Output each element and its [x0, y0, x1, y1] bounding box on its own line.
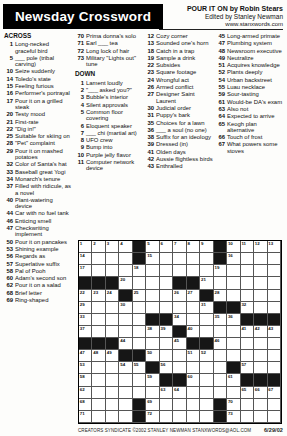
- grid-cell-r1c1[interactable]: 1: [79, 241, 92, 253]
- cell-number: 15: [147, 253, 152, 258]
- grid-cell-r13c2[interactable]: [92, 387, 105, 399]
- grid-cell-r5c7[interactable]: [160, 290, 173, 302]
- grid-cell-r9c15[interactable]: [268, 338, 281, 350]
- grid-cell-r15c7[interactable]: [160, 411, 173, 423]
- grid-cell-r3c13[interactable]: [241, 265, 254, 277]
- grid-cell-r5c9[interactable]: 27: [187, 290, 200, 302]
- black-cell-r9c3: [106, 338, 119, 350]
- grid-cell-r14c15[interactable]: [268, 399, 281, 411]
- grid-cell-r4c14[interactable]: [254, 277, 267, 289]
- clue-number: 51: [216, 62, 227, 68]
- grid-cell-r2c2[interactable]: [92, 253, 105, 265]
- clue-number: 35: [145, 120, 156, 126]
- grid-cell-r7c3[interactable]: [106, 314, 119, 326]
- clue-number: 57: [4, 261, 15, 267]
- grid-cell-r12c11[interactable]: [214, 374, 227, 386]
- grid-cell-r8c7[interactable]: 39: [160, 326, 173, 338]
- clues-column-2: 70Prima donna's solo71Earl ___ tea72Long…: [75, 33, 141, 173]
- black-cell-r12c15: [268, 374, 281, 386]
- clue-text: Enticing smell: [15, 218, 71, 224]
- grid-cell-r3c4[interactable]: [119, 265, 132, 277]
- grid-cell-r15c12[interactable]: 73: [227, 411, 240, 423]
- grid-cell-r2c14[interactable]: [254, 253, 267, 265]
- grid-cell-r2c8[interactable]: [173, 253, 186, 265]
- clue-across-60: 60Adam's second son: [4, 275, 71, 281]
- grid-cell-r12c10[interactable]: [200, 374, 213, 386]
- clue-text: Ring-shaped: [15, 297, 71, 303]
- grid-cell-r10c11[interactable]: [214, 350, 227, 362]
- grid-cell-r6c5[interactable]: [133, 302, 146, 314]
- cell-number: 38: [147, 326, 152, 331]
- grid-cell-r2c10[interactable]: [200, 253, 213, 265]
- clue-number: 3: [75, 94, 86, 100]
- grid-cell-r5c3[interactable]: 24: [106, 290, 119, 302]
- grid-cell-r4c10[interactable]: 21: [200, 277, 213, 289]
- clue-text: Regards as: [15, 253, 71, 259]
- clue-number: 7: [75, 130, 86, 136]
- clue-number: 5: [4, 55, 15, 68]
- clue-down-30: 30Judicial order: [145, 105, 213, 111]
- clue-number: 22: [4, 126, 15, 132]
- grid-cell-r3c5[interactable]: 18: [133, 265, 146, 277]
- grid-cell-r11c10[interactable]: [200, 362, 213, 374]
- grid-cell-r10c7[interactable]: [160, 350, 173, 362]
- black-cell-r12c14: [254, 374, 267, 386]
- grid-cell-r15c4[interactable]: [119, 411, 132, 423]
- grid-cell-r11c5[interactable]: 55: [133, 362, 146, 374]
- grid-cell-r11c15[interactable]: [268, 362, 281, 374]
- grid-cell-r8c12[interactable]: [227, 326, 240, 338]
- grid-cell-r3c7[interactable]: [160, 265, 173, 277]
- clue-number: 9: [75, 144, 86, 150]
- grid-cell-r6c8[interactable]: [173, 302, 186, 314]
- grid-cell-r7c4[interactable]: [119, 314, 132, 326]
- grid-cell-r7c9[interactable]: [187, 314, 200, 326]
- grid-cell-r3c14[interactable]: [254, 265, 267, 277]
- black-cell-r9c10: [200, 338, 213, 350]
- grid-cell-r2c12[interactable]: 16: [227, 253, 240, 265]
- clue-text: Pal of Pooh: [15, 268, 71, 274]
- grid-cell-r10c13[interactable]: [241, 350, 254, 362]
- grid-cell-r7c10[interactable]: [200, 314, 213, 326]
- cell-number: 71: [80, 411, 85, 416]
- grid-cell-r6c9[interactable]: [187, 302, 200, 314]
- clue-text: Brief letter: [15, 290, 71, 296]
- grid-cell-r4c13[interactable]: [241, 277, 254, 289]
- grid-cell-r13c5[interactable]: [133, 387, 146, 399]
- grid-cell-r9c12[interactable]: [227, 338, 240, 350]
- grid-cell-r13c6[interactable]: [146, 387, 159, 399]
- grid-cell-r3c2[interactable]: [92, 265, 105, 277]
- grid-cell-r15c14[interactable]: [254, 411, 267, 423]
- grid-cell-r13c14[interactable]: 66: [254, 387, 267, 399]
- grid-cell-r10c1[interactable]: 47: [79, 350, 92, 362]
- grid-cell-r7c11[interactable]: 35: [214, 314, 227, 326]
- clue-number: 22: [145, 62, 156, 68]
- grid-cell-r15c13[interactable]: [241, 411, 254, 423]
- clue-text: Urban backstreet: [227, 77, 283, 83]
- clue-down-2: 2"___ asked you?": [75, 87, 141, 93]
- grid-cell-r8c14[interactable]: 42: [254, 326, 267, 338]
- grid-cell-r14c3[interactable]: [106, 399, 119, 411]
- black-cell-r11c12: [227, 362, 240, 374]
- clue-down-65: 65Keogh plan alternative: [216, 121, 283, 134]
- grid-cell-r8c2[interactable]: [92, 326, 105, 338]
- grid-cell-r3c11[interactable]: 19: [214, 265, 227, 277]
- clue-text: Luau necklace: [227, 84, 283, 90]
- clue-number: 49: [216, 55, 227, 61]
- grid-cell-r5c8[interactable]: 26: [173, 290, 186, 302]
- grid-cell-r3c1[interactable]: 17: [79, 265, 92, 277]
- grid-cell-r12c9[interactable]: 60: [187, 374, 200, 386]
- grid-cell-r6c4[interactable]: 30: [119, 302, 132, 314]
- grid-cell-r6c6[interactable]: [146, 302, 159, 314]
- cell-number: 47: [80, 350, 85, 355]
- grid-cell-r4c5[interactable]: [133, 277, 146, 289]
- grid-cell-r3c6[interactable]: [146, 265, 159, 277]
- grid-cell-r14c8[interactable]: [173, 399, 186, 411]
- grid-cell-r15c9[interactable]: [187, 411, 200, 423]
- clue-down-9: 9Bump into: [75, 144, 141, 150]
- clue-text: "Dig in!": [15, 126, 71, 132]
- grid-cell-r14c14[interactable]: [254, 399, 267, 411]
- clue-across-69: 69Ring-shaped: [4, 297, 71, 303]
- grid-cell-r8c15[interactable]: 43: [268, 326, 281, 338]
- cell-number: 56: [161, 362, 166, 367]
- grid-cell-r12c5[interactable]: [133, 374, 146, 386]
- grid-cell-r10c2[interactable]: 48: [92, 350, 105, 362]
- clue-number: 46: [4, 218, 15, 224]
- cell-number: 9: [201, 241, 203, 246]
- clue-text: Touch of frost: [227, 134, 283, 140]
- grid-cell-r11c3[interactable]: [106, 362, 119, 374]
- grid-cell-r15c6[interactable]: 72: [146, 411, 159, 423]
- clue-number: 59: [216, 91, 227, 97]
- grid-cell-r8c9[interactable]: 40: [187, 326, 200, 338]
- grid-cell-r1c14[interactable]: 12: [254, 241, 267, 253]
- cell-number: 19: [214, 265, 219, 270]
- grid-cell-r8c6[interactable]: 38: [146, 326, 159, 338]
- grid-cell-r1c12[interactable]: 10: [227, 241, 240, 253]
- grid-cell-r15c15[interactable]: [268, 411, 281, 423]
- grid-cell-r14c2[interactable]: [92, 399, 105, 411]
- grid-cell-r2c13[interactable]: [241, 253, 254, 265]
- grid-cell-r11c2[interactable]: [92, 362, 105, 374]
- grid-cell-r1c3[interactable]: 3: [106, 241, 119, 253]
- grid-cell-r13c11[interactable]: [214, 387, 227, 399]
- cell-number: 65: [241, 387, 246, 392]
- grid-cell-r8c5[interactable]: [133, 326, 146, 338]
- grid-cell-r7c12[interactable]: 36: [227, 314, 240, 326]
- grid-cell-r5c15[interactable]: [268, 290, 281, 302]
- grid-cell-r2c15[interactable]: [268, 253, 281, 265]
- grid-cell-r9c8[interactable]: 45: [173, 338, 186, 350]
- grid-cell-r15c2[interactable]: [92, 411, 105, 423]
- grid-cell-r10c12[interactable]: [227, 350, 240, 362]
- clue-text: Plant-watering device: [15, 197, 71, 210]
- clue-number: 69: [4, 297, 15, 303]
- cell-number: 12: [255, 241, 260, 246]
- grid-cell-r4c12[interactable]: [227, 277, 240, 289]
- grid-cell-r7c1[interactable]: 33: [79, 314, 92, 326]
- grid-cell-r1c2[interactable]: 2: [92, 241, 105, 253]
- grid-cell-r13c9[interactable]: [187, 387, 200, 399]
- clue-down-63: 63Also not: [216, 106, 283, 112]
- clue-down-51: 51Acquires knowledge: [216, 62, 283, 68]
- grid-cell-r12c6[interactable]: 59: [146, 374, 159, 386]
- clue-number: 60: [4, 275, 15, 281]
- grid-cell-r6c7[interactable]: [160, 302, 173, 314]
- clue-down-47: 47Plumbing system: [216, 40, 283, 46]
- grid-cell-r8c13[interactable]: 41: [241, 326, 254, 338]
- grid-cell-r4c6[interactable]: [146, 277, 159, 289]
- grid-cell-r14c13[interactable]: [241, 399, 254, 411]
- black-cell-r9c1: [79, 338, 92, 350]
- grid-cell-r2c4[interactable]: [119, 253, 132, 265]
- clue-number: 17: [4, 98, 15, 111]
- grid-cell-r5c1[interactable]: 22: [79, 290, 92, 302]
- grid-cell-r14c12[interactable]: 70: [227, 399, 240, 411]
- clue-across-46: 46Enticing smell: [4, 218, 71, 224]
- clue-section-label-across: ACROSS: [4, 33, 71, 39]
- grid-cell-r10c3[interactable]: 49: [106, 350, 119, 362]
- grid-cell-r14c4[interactable]: [119, 399, 132, 411]
- clue-down-7: 7___ chi (martial art): [75, 130, 141, 136]
- grid-cell-r13c3[interactable]: [106, 387, 119, 399]
- grid-cell-r5c5[interactable]: 25: [133, 290, 146, 302]
- cell-number: 5: [147, 241, 149, 246]
- grid-cell-r1c6[interactable]: 5: [146, 241, 159, 253]
- grid-cell-r13c12[interactable]: [227, 387, 240, 399]
- grid-cell-r5c14[interactable]: [254, 290, 267, 302]
- cell-number: 54: [120, 362, 125, 367]
- grid-cell-r2c3[interactable]: [106, 253, 119, 265]
- clue-down-67: 67What powers some stoves: [216, 141, 283, 154]
- grid-cell-r6c10[interactable]: 31: [200, 302, 213, 314]
- cell-number: 3: [107, 241, 109, 246]
- clue-across-58: 58Pal of Pooh: [4, 268, 71, 274]
- grid-cell-r1c8[interactable]: 7: [173, 241, 186, 253]
- grid-cell-r2c7[interactable]: [160, 253, 173, 265]
- grid-cell-r8c11[interactable]: [214, 326, 227, 338]
- grid-cell-r8c1[interactable]: 37: [79, 326, 92, 338]
- grid-cell-r12c4[interactable]: [119, 374, 132, 386]
- grid-cell-r1c15[interactable]: 13: [268, 241, 281, 253]
- black-cell-r15c5: [133, 411, 146, 423]
- grid-cell-r11c9[interactable]: [187, 362, 200, 374]
- grid-cell-r7c2[interactable]: [92, 314, 105, 326]
- grid-cell-r3c8[interactable]: [173, 265, 186, 277]
- grid-cell-r7c5[interactable]: [133, 314, 146, 326]
- grid-cell-r4c4[interactable]: 20: [119, 277, 132, 289]
- grid-cell-r5c12[interactable]: [227, 290, 240, 302]
- clue-text: Keogh plan alternative: [227, 121, 283, 134]
- grid-cell-r13c8[interactable]: 64: [173, 387, 186, 399]
- clue-number: 53: [4, 246, 15, 252]
- grid-cell-r6c14[interactable]: [254, 302, 267, 314]
- grid-cell-r14c9[interactable]: [187, 399, 200, 411]
- clue-across-28: 28"Pet" complaint: [4, 140, 71, 146]
- grid-cell-r1c13[interactable]: 11: [241, 241, 254, 253]
- grid-cell-r3c12[interactable]: [227, 265, 240, 277]
- clue-across-34: 34Monarch's tenure: [4, 176, 71, 182]
- grid-cell-r1c7[interactable]: 6: [160, 241, 173, 253]
- grid-cell-r2c1[interactable]: 14: [79, 253, 92, 265]
- grid-cell-r1c10[interactable]: 9: [200, 241, 213, 253]
- grid-cell-r11c7[interactable]: 56: [160, 362, 173, 374]
- grid-cell-r1c4[interactable]: 4: [119, 241, 132, 253]
- grid-cell-r13c4[interactable]: [119, 387, 132, 399]
- clue-down-22: 22Subsides: [145, 62, 213, 68]
- cell-number: 33: [80, 314, 85, 319]
- clue-down-64: 64Expected to arrive: [216, 113, 283, 119]
- grid-cell-r9c6[interactable]: [146, 338, 159, 350]
- clue-number: 40: [4, 197, 15, 210]
- cell-number: 52: [201, 350, 206, 355]
- grid-cell-r14c7[interactable]: [160, 399, 173, 411]
- clue-text: Acquires knowledge: [227, 62, 283, 68]
- grid-cell-r8c4[interactable]: [119, 326, 132, 338]
- grid-cell-r10c10[interactable]: 52: [200, 350, 213, 362]
- clue-number: 66: [216, 134, 227, 140]
- clue-down-55: 55Luau necklace: [216, 84, 283, 90]
- clue-text: Newsroom executive: [227, 48, 283, 54]
- grid-cell-r8c3[interactable]: [106, 326, 119, 338]
- grid-cell-r6c1[interactable]: 29: [79, 302, 92, 314]
- grid-cell-r13c7[interactable]: 63: [160, 387, 173, 399]
- grid-cell-r11c13[interactable]: 57: [241, 362, 254, 374]
- grid-cell-r10c14[interactable]: [254, 350, 267, 362]
- cell-number: 25: [134, 290, 139, 295]
- grid-cell-r11c8[interactable]: [173, 362, 186, 374]
- clue-across-71: 71Earl ___ tea: [75, 40, 141, 46]
- grid-cell-r8c10[interactable]: [200, 326, 213, 338]
- grid-cell-r15c10[interactable]: [200, 411, 213, 423]
- grid-cell-r9c5[interactable]: [133, 338, 146, 350]
- clue-text: "___ asked you?": [86, 87, 141, 93]
- black-cell-r7c14: [254, 314, 267, 326]
- grid-cell-r9c13[interactable]: [241, 338, 254, 350]
- clue-text: Would-be DA's exam: [227, 99, 283, 105]
- grid-cell-r13c15[interactable]: 67: [268, 387, 281, 399]
- grid-cell-r7c8[interactable]: 34: [173, 314, 186, 326]
- grid-cell-r3c3[interactable]: [106, 265, 119, 277]
- grid-cell-r10c6[interactable]: 50: [146, 350, 159, 362]
- grid-cell-r10c8[interactable]: [173, 350, 186, 362]
- grid-cell-r14c1[interactable]: 68: [79, 399, 92, 411]
- grid-cell-r13c13[interactable]: 65: [241, 387, 254, 399]
- grid-cell-r3c9[interactable]: [187, 265, 200, 277]
- grid-cell-r9c14[interactable]: [254, 338, 267, 350]
- clue-down-12: 12Cozy corner: [145, 33, 213, 39]
- clue-number: 38: [145, 134, 156, 140]
- cell-number: 44: [120, 338, 125, 343]
- clue-number: 47: [4, 225, 15, 238]
- grid-cell-r1c9[interactable]: 8: [187, 241, 200, 253]
- grid-cell-r9c11[interactable]: 46: [214, 338, 227, 350]
- clues-column-3: 12Cozy corner13Sounded one's horn18Catch…: [145, 33, 213, 171]
- clue-number: 71: [75, 40, 86, 46]
- cell-number: 72: [147, 411, 152, 416]
- clue-number: 26: [145, 84, 156, 90]
- grid-cell-r5c6[interactable]: [146, 290, 159, 302]
- grid-cell-r4c11[interactable]: [214, 277, 227, 289]
- black-cell-r6c12: [227, 302, 240, 314]
- grid-cell-r6c15[interactable]: [268, 302, 281, 314]
- grid-cell-r3c10[interactable]: [200, 265, 213, 277]
- clue-number: 44: [4, 210, 15, 216]
- grid-cell-r15c1[interactable]: 71: [79, 411, 92, 423]
- grid-cell-r15c3[interactable]: [106, 411, 119, 423]
- clue-text: Purple jelly flavor: [86, 152, 141, 158]
- grid-cell-r10c9[interactable]: 51: [187, 350, 200, 362]
- grid-cell-r11c11[interactable]: [214, 362, 227, 374]
- grid-cell-r14c6[interactable]: 69: [146, 399, 159, 411]
- clue-down-3: 3Bubble's interior: [75, 94, 141, 100]
- clue-across-15: 15Feeling furious: [4, 83, 71, 89]
- clue-across-20: 20Testy mood: [4, 111, 71, 117]
- grid-cell-r12c12[interactable]: 61: [227, 374, 240, 386]
- grid-cell-r2c9[interactable]: [187, 253, 200, 265]
- clue-down-38: 38Suffix for an ideology: [145, 134, 213, 140]
- grid-cell-r6c13[interactable]: 32: [241, 302, 254, 314]
- grid-cell-r12c1[interactable]: 58: [79, 374, 92, 386]
- cell-number: 49: [107, 350, 112, 355]
- grid-cell-r4c7[interactable]: [160, 277, 173, 289]
- clue-text: First-rate: [15, 119, 71, 125]
- clue-down-54: 54Urban backstreet: [216, 77, 283, 83]
- cell-number: 50: [147, 350, 152, 355]
- grid-cell-r12c2[interactable]: [92, 374, 105, 386]
- clue-across-47: 47Checkwriting implement: [4, 225, 71, 238]
- cell-number: 18: [134, 265, 139, 270]
- clue-number: 61: [216, 99, 227, 105]
- grid-cell-r14c10[interactable]: [200, 399, 213, 411]
- black-cell-r14c11: [214, 399, 227, 411]
- clue-down-18: 18Catch in a trap: [145, 48, 213, 54]
- grid-cell-r3c15[interactable]: [268, 265, 281, 277]
- clue-number: 72: [75, 48, 86, 54]
- clue-number: 41: [145, 149, 156, 155]
- clue-down-61: 61Would-be DA's exam: [216, 99, 283, 105]
- crossword-grid[interactable]: 1234567891011121314151617181920212223242…: [78, 240, 282, 424]
- grid-cell-r9c7[interactable]: [160, 338, 173, 350]
- grid-cell-r10c15[interactable]: [268, 350, 281, 362]
- grid-cell-r13c1[interactable]: 62: [79, 387, 92, 399]
- grid-cell-r4c15[interactable]: [268, 277, 281, 289]
- grid-cell-r13c10[interactable]: [200, 387, 213, 399]
- cell-number: 45: [174, 338, 179, 343]
- grid-cell-r6c3[interactable]: [106, 302, 119, 314]
- grid-cell-r11c14[interactable]: [254, 362, 267, 374]
- grid-cell-r11c4[interactable]: 54: [119, 362, 132, 374]
- masthead-title: Newsday Crossword: [15, 9, 151, 24]
- clue-number: 1: [4, 41, 15, 54]
- grid-cell-r9c4[interactable]: 44: [119, 338, 132, 350]
- black-cell-r9c2: [92, 338, 105, 350]
- grid-cell-r5c11[interactable]: 28: [214, 290, 227, 302]
- grid-cell-r2c6[interactable]: 15: [146, 253, 159, 265]
- cell-number: 22: [80, 290, 85, 295]
- grid-cell-r11c1[interactable]: 53: [79, 362, 92, 374]
- grid-cell-r5c2[interactable]: 23: [92, 290, 105, 302]
- grid-cell-r5c13[interactable]: [241, 290, 254, 302]
- grid-cell-r15c8[interactable]: [173, 411, 186, 423]
- cell-number: 8: [188, 241, 190, 246]
- clue-across-62: 62Pour it on a salad: [4, 282, 71, 288]
- grid-cell-r12c3[interactable]: [106, 374, 119, 386]
- grid-cell-r6c2[interactable]: [92, 302, 105, 314]
